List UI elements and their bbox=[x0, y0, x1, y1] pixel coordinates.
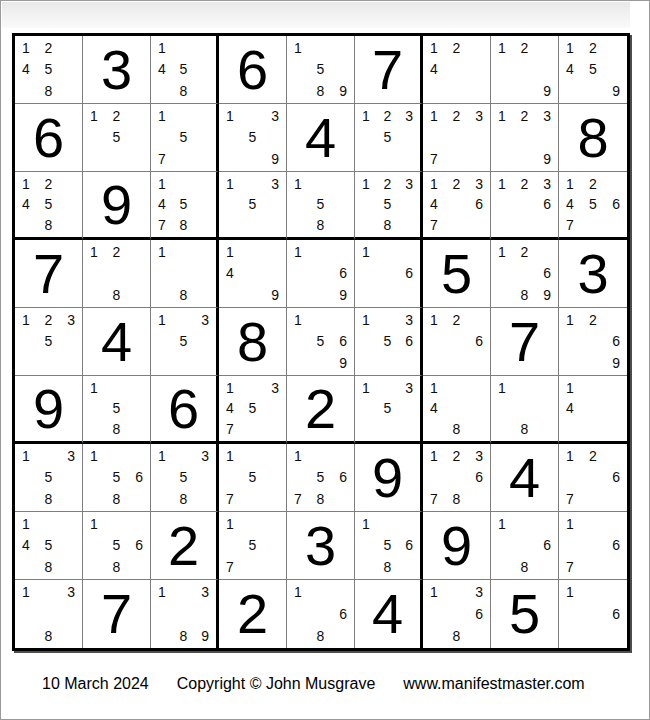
candidate-digit: 8 bbox=[105, 489, 127, 511]
cell-r6c3[interactable]: 6 bbox=[151, 376, 219, 444]
cell-r2c3[interactable]: 157 bbox=[151, 104, 219, 172]
candidate-digit: 8 bbox=[173, 625, 195, 648]
candidate-digit: 5 bbox=[377, 534, 399, 556]
candidate-digit: 8 bbox=[445, 489, 467, 511]
cell-r3c4[interactable]: 135 bbox=[219, 172, 287, 240]
cell-r9c9[interactable]: 16 bbox=[559, 580, 627, 648]
candidate-marks: 158 bbox=[287, 172, 354, 237]
candidate-marks: 1589 bbox=[287, 36, 354, 103]
cell-r1c2[interactable]: 3 bbox=[83, 36, 151, 104]
candidate-digit: 8 bbox=[445, 625, 467, 648]
candidate-digit: 6 bbox=[468, 330, 490, 352]
candidate-digit: 1 bbox=[559, 444, 582, 466]
candidate-marks: 13457 bbox=[219, 376, 286, 441]
candidate-digit: 8 bbox=[173, 285, 195, 307]
candidate-digit: 1 bbox=[15, 444, 37, 466]
candidate-digit: 6 bbox=[536, 534, 558, 556]
cell-r2c9[interactable]: 8 bbox=[559, 104, 627, 172]
cell-r6c6[interactable]: 135 bbox=[355, 376, 423, 444]
cell-r7c7[interactable]: 123678 bbox=[423, 444, 491, 512]
cell-r9c6[interactable]: 4 bbox=[355, 580, 423, 648]
given-digit: 8 bbox=[219, 308, 286, 375]
candidate-digit: 2 bbox=[445, 104, 467, 126]
cell-r1c6[interactable]: 7 bbox=[355, 36, 423, 104]
candidate-digit: 1 bbox=[491, 512, 513, 534]
candidate-digit: 5 bbox=[377, 126, 399, 148]
candidate-digit: 6 bbox=[604, 194, 627, 216]
candidate-digit: 1 bbox=[423, 444, 445, 466]
candidate-digit: 2 bbox=[105, 240, 127, 262]
candidate-digit: 5 bbox=[582, 58, 605, 80]
cell-r4c8[interactable]: 12689 bbox=[491, 240, 559, 308]
given-digit: 7 bbox=[83, 580, 150, 648]
candidate-digit: 1 bbox=[287, 36, 309, 58]
candidate-digit: 5 bbox=[173, 58, 195, 80]
candidate-digit: 1 bbox=[355, 172, 377, 194]
candidate-marks: 148 bbox=[423, 376, 490, 441]
cell-r9c5[interactable]: 168 bbox=[287, 580, 355, 648]
candidate-digit: 6 bbox=[604, 534, 627, 556]
candidate-digit: 2 bbox=[445, 308, 467, 330]
candidate-digit: 1 bbox=[83, 444, 105, 466]
cell-r3c6[interactable]: 12358 bbox=[355, 172, 423, 240]
candidate-digit: 5 bbox=[309, 194, 331, 216]
candidate-digit: 1 bbox=[83, 512, 105, 534]
candidate-digit: 1 bbox=[15, 172, 37, 194]
candidate-marks: 1389 bbox=[151, 580, 216, 648]
candidate-digit: 5 bbox=[37, 58, 59, 80]
candidate-digit: 1 bbox=[83, 104, 105, 126]
candidate-digit: 1 bbox=[423, 172, 445, 194]
candidate-marks: 1269 bbox=[559, 308, 627, 375]
candidate-digit: 1 bbox=[15, 308, 37, 330]
candidate-marks: 12459 bbox=[559, 36, 627, 103]
cell-r7c2[interactable]: 1568 bbox=[83, 444, 151, 512]
candidate-digit: 1 bbox=[559, 172, 582, 194]
candidate-digit: 2 bbox=[377, 172, 399, 194]
puzzle-date: 10 March 2024 bbox=[42, 675, 149, 693]
candidate-digit: 1 bbox=[491, 172, 513, 194]
cell-r3c8[interactable]: 1236 bbox=[491, 172, 559, 240]
copyright-text: Copyright © John Musgrave bbox=[177, 675, 376, 693]
candidate-digit: 1 bbox=[287, 308, 309, 330]
candidate-digit: 1 bbox=[423, 580, 445, 603]
sudoku-board: 1245831458615897124129124596125157135941… bbox=[12, 33, 630, 651]
cell-r6c5[interactable]: 2 bbox=[287, 376, 355, 444]
candidate-digit: 3 bbox=[468, 444, 490, 466]
candidate-digit: 6 bbox=[398, 534, 420, 556]
candidate-digit: 5 bbox=[37, 466, 59, 488]
candidate-digit: 6 bbox=[536, 262, 558, 284]
candidate-digit: 3 bbox=[398, 172, 420, 194]
candidate-digit: 7 bbox=[287, 489, 309, 511]
cell-r6c8[interactable]: 18 bbox=[491, 376, 559, 444]
candidate-digit: 7 bbox=[219, 489, 241, 511]
cell-r1c4[interactable]: 6 bbox=[219, 36, 287, 104]
candidate-digit: 6 bbox=[332, 466, 354, 488]
candidate-digit: 8 bbox=[309, 489, 331, 511]
candidate-digit: 1 bbox=[151, 36, 173, 58]
cell-r2c2[interactable]: 125 bbox=[83, 104, 151, 172]
candidate-marks: 126 bbox=[423, 308, 490, 375]
candidate-marks: 15678 bbox=[287, 444, 354, 511]
cell-r5c4[interactable]: 8 bbox=[219, 308, 287, 376]
candidate-marks: 129 bbox=[491, 36, 558, 103]
given-digit: 4 bbox=[287, 104, 354, 171]
candidate-digit: 1 bbox=[15, 580, 37, 603]
candidate-digit: 9 bbox=[536, 81, 558, 103]
candidate-digit: 3 bbox=[468, 104, 490, 126]
candidate-marks: 1569 bbox=[287, 308, 354, 375]
cell-r5c7[interactable]: 126 bbox=[423, 308, 491, 376]
cell-r8c3[interactable]: 2 bbox=[151, 512, 219, 580]
candidate-digit: 1 bbox=[287, 444, 309, 466]
cell-r2c5[interactable]: 4 bbox=[287, 104, 355, 172]
candidate-digit: 8 bbox=[309, 625, 331, 648]
candidate-digit: 1 bbox=[219, 104, 241, 126]
candidate-digit: 7 bbox=[559, 557, 582, 579]
given-digit: 5 bbox=[423, 240, 490, 307]
candidate-digit: 1 bbox=[15, 36, 37, 58]
cell-r7c4[interactable]: 157 bbox=[219, 444, 287, 512]
cell-r9c2[interactable]: 7 bbox=[83, 580, 151, 648]
cell-r5c8[interactable]: 7 bbox=[491, 308, 559, 376]
given-digit: 9 bbox=[355, 444, 420, 511]
candidate-marks: 12458 bbox=[15, 172, 82, 237]
candidate-digit: 5 bbox=[309, 330, 331, 352]
cell-r8c7[interactable]: 9 bbox=[423, 512, 491, 580]
candidate-digit: 8 bbox=[309, 215, 331, 237]
candidate-digit: 6 bbox=[604, 466, 627, 488]
cell-r4c6[interactable]: 16 bbox=[355, 240, 423, 308]
candidate-digit: 9 bbox=[332, 285, 354, 307]
candidate-marks: 157 bbox=[151, 104, 216, 171]
candidate-digit: 1 bbox=[15, 512, 37, 534]
candidate-digit: 3 bbox=[264, 104, 286, 126]
cell-r4c2[interactable]: 128 bbox=[83, 240, 151, 308]
cell-r6c4[interactable]: 13457 bbox=[219, 376, 287, 444]
candidate-digit: 7 bbox=[151, 215, 173, 237]
candidate-digit: 1 bbox=[355, 104, 377, 126]
cell-r8c6[interactable]: 1568 bbox=[355, 512, 423, 580]
candidate-digit: 1 bbox=[355, 240, 377, 262]
candidate-digit: 7 bbox=[151, 149, 173, 171]
cell-r7c5[interactable]: 15678 bbox=[287, 444, 355, 512]
given-digit: 9 bbox=[423, 512, 490, 579]
candidate-digit: 3 bbox=[60, 308, 82, 330]
cell-r3c1[interactable]: 12458 bbox=[15, 172, 83, 240]
cell-r8c9[interactable]: 167 bbox=[559, 512, 627, 580]
candidate-digit: 2 bbox=[513, 104, 535, 126]
cell-r2c8[interactable]: 1239 bbox=[491, 104, 559, 172]
cell-r6c7[interactable]: 148 bbox=[423, 376, 491, 444]
candidate-digit: 5 bbox=[105, 534, 127, 556]
cell-r2c6[interactable]: 1235 bbox=[355, 104, 423, 172]
cell-r3c2[interactable]: 9 bbox=[83, 172, 151, 240]
candidate-digit: 5 bbox=[37, 194, 59, 216]
cell-r9c8[interactable]: 5 bbox=[491, 580, 559, 648]
given-digit: 6 bbox=[151, 376, 216, 441]
candidate-digit: 1 bbox=[151, 172, 173, 194]
given-digit: 8 bbox=[559, 104, 627, 171]
given-digit: 3 bbox=[287, 512, 354, 579]
candidate-digit: 4 bbox=[219, 262, 241, 284]
cell-r7c8[interactable]: 4 bbox=[491, 444, 559, 512]
candidate-digit: 5 bbox=[241, 126, 263, 148]
candidate-marks: 1568 bbox=[83, 512, 150, 579]
candidate-marks: 123467 bbox=[423, 172, 490, 237]
candidate-digit: 8 bbox=[37, 557, 59, 579]
footer: 10 March 2024 Copyright © John Musgrave … bbox=[42, 675, 585, 693]
given-digit: 4 bbox=[83, 308, 150, 375]
cell-r4c3[interactable]: 18 bbox=[151, 240, 219, 308]
candidate-marks: 1358 bbox=[151, 444, 216, 511]
given-digit: 4 bbox=[355, 580, 420, 648]
candidate-digit: 5 bbox=[173, 330, 195, 352]
candidate-marks: 12358 bbox=[355, 172, 420, 237]
candidate-digit: 3 bbox=[398, 308, 420, 330]
candidate-digit: 8 bbox=[173, 489, 195, 511]
candidate-marks: 135 bbox=[219, 172, 286, 237]
cell-r9c7[interactable]: 1368 bbox=[423, 580, 491, 648]
cell-r6c1[interactable]: 9 bbox=[15, 376, 83, 444]
cell-r1c3[interactable]: 1458 bbox=[151, 36, 219, 104]
cell-r7c3[interactable]: 1358 bbox=[151, 444, 219, 512]
cell-r3c7[interactable]: 123467 bbox=[423, 172, 491, 240]
candidate-digit: 4 bbox=[151, 58, 173, 80]
candidate-digit: 1 bbox=[219, 376, 241, 398]
website-url[interactable]: www.manifestmaster.com bbox=[403, 675, 584, 693]
candidate-marks: 1235 bbox=[15, 308, 82, 375]
candidate-marks: 1236 bbox=[491, 172, 558, 237]
candidate-digit: 2 bbox=[445, 444, 467, 466]
cell-r5c2[interactable]: 4 bbox=[83, 308, 151, 376]
candidate-marks: 1237 bbox=[423, 104, 490, 171]
candidate-marks: 158 bbox=[83, 376, 150, 441]
candidate-digit: 5 bbox=[377, 330, 399, 352]
candidate-digit: 1 bbox=[491, 240, 513, 262]
candidate-digit: 1 bbox=[219, 512, 241, 534]
candidate-marks: 124 bbox=[423, 36, 490, 103]
given-digit: 6 bbox=[219, 36, 286, 103]
candidate-marks: 14578 bbox=[151, 172, 216, 237]
candidate-digit: 9 bbox=[194, 625, 216, 648]
candidate-digit: 5 bbox=[37, 330, 59, 352]
given-digit: 2 bbox=[287, 376, 354, 441]
candidate-digit: 5 bbox=[241, 194, 263, 216]
given-digit: 5 bbox=[491, 580, 558, 648]
candidate-digit: 2 bbox=[582, 308, 605, 330]
candidate-digit: 5 bbox=[105, 398, 127, 420]
candidate-digit: 1 bbox=[355, 308, 377, 330]
candidate-digit: 5 bbox=[105, 126, 127, 148]
candidate-marks: 1267 bbox=[559, 444, 627, 511]
candidate-digit: 6 bbox=[398, 262, 420, 284]
candidate-digit: 4 bbox=[151, 194, 173, 216]
candidate-marks: 128 bbox=[83, 240, 150, 307]
cell-r5c3[interactable]: 135 bbox=[151, 308, 219, 376]
candidate-marks: 138 bbox=[15, 580, 82, 648]
candidate-marks: 1359 bbox=[219, 104, 286, 171]
candidate-digit: 8 bbox=[105, 419, 127, 441]
cell-r8c2[interactable]: 1568 bbox=[83, 512, 151, 580]
candidate-digit: 2 bbox=[513, 36, 535, 58]
candidate-digit: 2 bbox=[445, 36, 467, 58]
cell-r2c1[interactable]: 6 bbox=[15, 104, 83, 172]
candidate-digit: 5 bbox=[377, 194, 399, 216]
cell-r8c1[interactable]: 1458 bbox=[15, 512, 83, 580]
cell-r7c6[interactable]: 9 bbox=[355, 444, 423, 512]
candidate-digit: 5 bbox=[173, 126, 195, 148]
candidate-digit: 1 bbox=[151, 580, 173, 603]
candidate-digit: 2 bbox=[513, 240, 535, 262]
candidate-marks: 1356 bbox=[355, 308, 420, 375]
candidate-digit: 4 bbox=[423, 398, 445, 420]
cell-r9c4[interactable]: 2 bbox=[219, 580, 287, 648]
cell-r2c4[interactable]: 1359 bbox=[219, 104, 287, 172]
candidate-digit: 3 bbox=[398, 104, 420, 126]
cell-r8c8[interactable]: 168 bbox=[491, 512, 559, 580]
candidate-marks: 1368 bbox=[423, 580, 490, 648]
candidate-digit: 1 bbox=[423, 308, 445, 330]
cell-r4c9[interactable]: 3 bbox=[559, 240, 627, 308]
candidate-digit: 3 bbox=[398, 376, 420, 398]
candidate-digit: 1 bbox=[287, 172, 309, 194]
cell-r1c7[interactable]: 124 bbox=[423, 36, 491, 104]
candidate-digit: 6 bbox=[128, 466, 150, 488]
candidate-marks: 12458 bbox=[15, 36, 82, 103]
candidate-digit: 1 bbox=[559, 308, 582, 330]
candidate-marks: 168 bbox=[491, 512, 558, 579]
candidate-digit: 1 bbox=[423, 104, 445, 126]
candidate-digit: 7 bbox=[219, 557, 241, 579]
candidate-digit: 1 bbox=[559, 580, 582, 603]
candidate-marks: 18 bbox=[151, 240, 216, 307]
candidate-digit: 6 bbox=[332, 603, 354, 626]
candidate-digit: 9 bbox=[264, 285, 286, 307]
candidate-digit: 5 bbox=[37, 534, 59, 556]
cell-r4c4[interactable]: 149 bbox=[219, 240, 287, 308]
candidate-digit: 5 bbox=[309, 466, 331, 488]
candidate-digit: 1 bbox=[423, 36, 445, 58]
cell-r3c9[interactable]: 124567 bbox=[559, 172, 627, 240]
candidate-marks: 157 bbox=[219, 444, 286, 511]
cell-r4c5[interactable]: 169 bbox=[287, 240, 355, 308]
candidate-digit: 2 bbox=[582, 36, 605, 58]
candidate-digit: 3 bbox=[264, 172, 286, 194]
cell-r5c6[interactable]: 1356 bbox=[355, 308, 423, 376]
cell-r6c9[interactable]: 14 bbox=[559, 376, 627, 444]
candidate-digit: 4 bbox=[559, 194, 582, 216]
given-digit: 4 bbox=[491, 444, 558, 511]
given-digit: 3 bbox=[559, 240, 627, 307]
candidate-digit: 5 bbox=[377, 398, 399, 420]
candidate-digit: 4 bbox=[559, 398, 582, 420]
candidate-digit: 8 bbox=[37, 81, 59, 103]
candidate-digit: 4 bbox=[559, 58, 582, 80]
candidate-digit: 3 bbox=[468, 172, 490, 194]
candidate-digit: 1 bbox=[151, 444, 173, 466]
cell-r9c3[interactable]: 1389 bbox=[151, 580, 219, 648]
candidate-digit: 5 bbox=[582, 194, 605, 216]
cell-r5c9[interactable]: 1269 bbox=[559, 308, 627, 376]
candidate-marks: 1358 bbox=[15, 444, 82, 511]
candidate-marks: 1239 bbox=[491, 104, 558, 171]
candidate-digit: 8 bbox=[173, 215, 195, 237]
cell-r1c1[interactable]: 12458 bbox=[15, 36, 83, 104]
candidate-digit: 5 bbox=[309, 58, 331, 80]
given-digit: 9 bbox=[15, 376, 82, 441]
cell-r8c4[interactable]: 157 bbox=[219, 512, 287, 580]
candidate-digit: 5 bbox=[241, 466, 263, 488]
candidate-marks: 124567 bbox=[559, 172, 627, 237]
candidate-digit: 3 bbox=[536, 172, 558, 194]
candidate-digit: 4 bbox=[15, 58, 37, 80]
cell-r8c5[interactable]: 3 bbox=[287, 512, 355, 580]
candidate-digit: 4 bbox=[423, 58, 445, 80]
cell-r1c5[interactable]: 1589 bbox=[287, 36, 355, 104]
cell-r4c7[interactable]: 5 bbox=[423, 240, 491, 308]
given-digit: 9 bbox=[83, 172, 150, 237]
candidate-digit: 1 bbox=[491, 376, 513, 398]
candidate-digit: 6 bbox=[536, 194, 558, 216]
cell-r1c8[interactable]: 129 bbox=[491, 36, 559, 104]
candidate-digit: 6 bbox=[332, 330, 354, 352]
cell-r6c2[interactable]: 158 bbox=[83, 376, 151, 444]
candidate-digit: 6 bbox=[128, 534, 150, 556]
candidate-marks: 1458 bbox=[151, 36, 216, 103]
cell-r4c1[interactable]: 7 bbox=[15, 240, 83, 308]
candidate-digit: 7 bbox=[423, 489, 445, 511]
candidate-digit: 2 bbox=[377, 104, 399, 126]
candidate-digit: 1 bbox=[491, 36, 513, 58]
candidate-digit: 7 bbox=[559, 215, 582, 237]
candidate-digit: 8 bbox=[105, 557, 127, 579]
candidate-marks: 125 bbox=[83, 104, 150, 171]
cell-r9c1[interactable]: 138 bbox=[15, 580, 83, 648]
candidate-digit: 1 bbox=[219, 240, 241, 262]
cell-r7c1[interactable]: 1358 bbox=[15, 444, 83, 512]
candidate-digit: 9 bbox=[264, 149, 286, 171]
candidate-digit: 2 bbox=[582, 172, 605, 194]
candidate-digit: 9 bbox=[536, 149, 558, 171]
candidate-marks: 18 bbox=[491, 376, 558, 441]
candidate-digit: 8 bbox=[37, 489, 59, 511]
candidate-digit: 6 bbox=[604, 330, 627, 352]
candidate-digit: 8 bbox=[377, 557, 399, 579]
candidate-digit: 3 bbox=[468, 580, 490, 603]
cell-r5c5[interactable]: 1569 bbox=[287, 308, 355, 376]
cell-r3c3[interactable]: 14578 bbox=[151, 172, 219, 240]
candidate-digit: 1 bbox=[219, 444, 241, 466]
candidate-digit: 1 bbox=[559, 512, 582, 534]
candidate-marks: 157 bbox=[219, 512, 286, 579]
cell-r7c9[interactable]: 1267 bbox=[559, 444, 627, 512]
candidate-digit: 8 bbox=[513, 285, 535, 307]
candidate-digit: 7 bbox=[423, 149, 445, 171]
candidate-marks: 135 bbox=[355, 376, 420, 441]
candidate-digit: 1 bbox=[219, 172, 241, 194]
candidate-marks: 12689 bbox=[491, 240, 558, 307]
candidate-digit: 4 bbox=[15, 194, 37, 216]
cell-r2c7[interactable]: 1237 bbox=[423, 104, 491, 172]
candidate-digit: 1 bbox=[559, 36, 582, 58]
cell-r1c9[interactable]: 12459 bbox=[559, 36, 627, 104]
cell-r5c1[interactable]: 1235 bbox=[15, 308, 83, 376]
cell-r3c5[interactable]: 158 bbox=[287, 172, 355, 240]
candidate-digit: 5 bbox=[173, 194, 195, 216]
candidate-digit: 7 bbox=[423, 215, 445, 237]
